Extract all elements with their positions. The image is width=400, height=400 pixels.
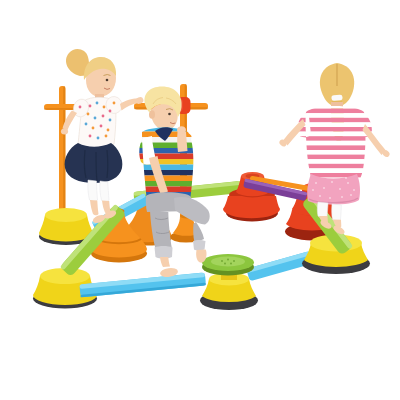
balance-course-photo <box>0 0 400 400</box>
boy-arm-left <box>177 132 187 152</box>
boy-hand-on-pole <box>177 126 186 134</box>
dome-spinner <box>200 254 258 310</box>
girl-right-hair-tie <box>331 95 342 101</box>
girl-left-skirt <box>65 143 123 183</box>
spinner-disc <box>202 254 254 276</box>
girl-right-legging-l <box>317 202 328 218</box>
girl-right-legging-r <box>332 204 342 221</box>
girl-left-legging-r <box>100 181 109 202</box>
girl-left-legging-l <box>88 180 98 202</box>
